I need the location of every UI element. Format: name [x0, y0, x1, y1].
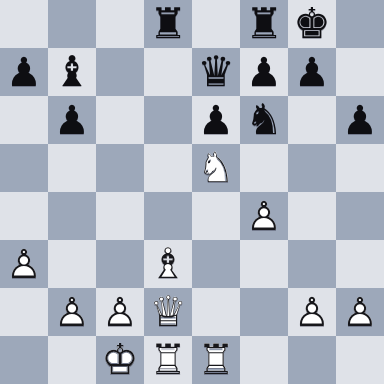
square-f7[interactable]: ♟♙: [240, 48, 288, 96]
square-f4[interactable]: ♟♙: [240, 192, 288, 240]
square-c8[interactable]: [96, 0, 144, 48]
square-f8[interactable]: ♜♖: [240, 0, 288, 48]
square-g5[interactable]: [288, 144, 336, 192]
piece-white-rook[interactable]: ♜♖: [144, 336, 192, 384]
pawn-glyph-outline: ♙: [294, 288, 330, 336]
square-f5[interactable]: [240, 144, 288, 192]
piece-black-queen[interactable]: ♛♕: [192, 48, 240, 96]
rook-glyph-fill: ♜: [149, 0, 187, 48]
square-b3[interactable]: [48, 240, 96, 288]
pawn-glyph-fill: ♟: [294, 48, 330, 96]
piece-white-king[interactable]: ♚♔: [96, 336, 144, 384]
piece-black-bishop[interactable]: ♝♗: [48, 48, 96, 96]
square-g4[interactable]: [288, 192, 336, 240]
queen-glyph-fill: ♛: [197, 48, 235, 96]
pawn-glyph-fill: ♟: [198, 96, 234, 144]
square-d1[interactable]: ♜♖: [144, 336, 192, 384]
square-f3[interactable]: [240, 240, 288, 288]
square-h8[interactable]: [336, 0, 384, 48]
piece-black-knight[interactable]: ♞♘: [240, 96, 288, 144]
square-a2[interactable]: [0, 288, 48, 336]
square-b7[interactable]: ♝♗: [48, 48, 96, 96]
square-d2[interactable]: ♛♕: [144, 288, 192, 336]
square-d7[interactable]: [144, 48, 192, 96]
piece-black-pawn[interactable]: ♟♙: [240, 48, 288, 96]
piece-black-king[interactable]: ♚♔: [288, 0, 336, 48]
square-f6[interactable]: ♞♘: [240, 96, 288, 144]
square-c3[interactable]: [96, 240, 144, 288]
square-e7[interactable]: ♛♕: [192, 48, 240, 96]
square-c5[interactable]: [96, 144, 144, 192]
piece-black-pawn[interactable]: ♟♙: [192, 96, 240, 144]
pawn-glyph-outline: ♙: [246, 192, 282, 240]
piece-black-pawn[interactable]: ♟♙: [48, 96, 96, 144]
knight-glyph-outline: ♘: [197, 144, 235, 192]
square-h2[interactable]: ♟♙: [336, 288, 384, 336]
square-c2[interactable]: ♟♙: [96, 288, 144, 336]
pawn-glyph-fill: ♟: [54, 96, 90, 144]
piece-black-pawn[interactable]: ♟♙: [288, 48, 336, 96]
square-a4[interactable]: [0, 192, 48, 240]
square-e8[interactable]: [192, 0, 240, 48]
square-b6[interactable]: ♟♙: [48, 96, 96, 144]
square-e3[interactable]: [192, 240, 240, 288]
piece-white-pawn[interactable]: ♟♙: [288, 288, 336, 336]
square-g1[interactable]: [288, 336, 336, 384]
piece-white-pawn[interactable]: ♟♙: [336, 288, 384, 336]
square-b1[interactable]: [48, 336, 96, 384]
square-h4[interactable]: [336, 192, 384, 240]
piece-white-rook[interactable]: ♜♖: [192, 336, 240, 384]
square-b8[interactable]: [48, 0, 96, 48]
square-a6[interactable]: [0, 96, 48, 144]
bishop-glyph-fill: ♝: [53, 48, 91, 96]
rook-glyph-fill: ♜: [245, 0, 283, 48]
square-g3[interactable]: [288, 240, 336, 288]
square-a3[interactable]: ♟♙: [0, 240, 48, 288]
knight-glyph-fill: ♞: [245, 96, 283, 144]
square-g6[interactable]: [288, 96, 336, 144]
square-d8[interactable]: ♜♖: [144, 0, 192, 48]
piece-white-pawn[interactable]: ♟♙: [96, 288, 144, 336]
king-glyph-outline: ♔: [101, 336, 139, 384]
pawn-glyph-outline: ♙: [54, 288, 90, 336]
square-a7[interactable]: ♟♙: [0, 48, 48, 96]
king-glyph-fill: ♚: [293, 0, 331, 48]
queen-glyph-outline: ♕: [149, 288, 187, 336]
square-h3[interactable]: [336, 240, 384, 288]
square-b2[interactable]: ♟♙: [48, 288, 96, 336]
piece-white-bishop[interactable]: ♝♗: [144, 240, 192, 288]
square-f1[interactable]: [240, 336, 288, 384]
pawn-glyph-fill: ♟: [342, 96, 378, 144]
piece-white-pawn[interactable]: ♟♙: [48, 288, 96, 336]
square-e2[interactable]: [192, 288, 240, 336]
piece-black-rook[interactable]: ♜♖: [144, 0, 192, 48]
piece-white-pawn[interactable]: ♟♙: [0, 240, 48, 288]
piece-black-pawn[interactable]: ♟♙: [0, 48, 48, 96]
square-h1[interactable]: [336, 336, 384, 384]
square-h6[interactable]: ♟♙: [336, 96, 384, 144]
square-b5[interactable]: [48, 144, 96, 192]
square-d3[interactable]: ♝♗: [144, 240, 192, 288]
square-g7[interactable]: ♟♙: [288, 48, 336, 96]
pawn-glyph-fill: ♟: [6, 48, 42, 96]
piece-white-pawn[interactable]: ♟♙: [240, 192, 288, 240]
square-g8[interactable]: ♚♔: [288, 0, 336, 48]
square-d4[interactable]: [144, 192, 192, 240]
square-c7[interactable]: [96, 48, 144, 96]
square-h7[interactable]: [336, 48, 384, 96]
square-e4[interactable]: [192, 192, 240, 240]
square-b4[interactable]: [48, 192, 96, 240]
square-f2[interactable]: [240, 288, 288, 336]
square-c1[interactable]: ♚♔: [96, 336, 144, 384]
pawn-glyph-fill: ♟: [246, 48, 282, 96]
square-a5[interactable]: [0, 144, 48, 192]
square-e1[interactable]: ♜♖: [192, 336, 240, 384]
square-c6[interactable]: [96, 96, 144, 144]
square-e6[interactable]: ♟♙: [192, 96, 240, 144]
piece-black-rook[interactable]: ♜♖: [240, 0, 288, 48]
pawn-glyph-outline: ♙: [6, 240, 42, 288]
rook-glyph-outline: ♖: [149, 336, 187, 384]
square-e5[interactable]: ♞♘: [192, 144, 240, 192]
piece-black-pawn[interactable]: ♟♙: [336, 96, 384, 144]
piece-white-knight[interactable]: ♞♘: [192, 144, 240, 192]
chess-board: ♜♖♜♖♚♔♟♙♝♗♛♕♟♙♟♙♟♙♟♙♞♘♟♙♞♘♟♙♟♙♝♗♟♙♟♙♛♕♟♙…: [0, 0, 384, 384]
square-a1[interactable]: [0, 336, 48, 384]
square-h5[interactable]: [336, 144, 384, 192]
rook-glyph-outline: ♖: [197, 336, 235, 384]
square-c4[interactable]: [96, 192, 144, 240]
pawn-glyph-outline: ♙: [102, 288, 138, 336]
square-d5[interactable]: [144, 144, 192, 192]
bishop-glyph-outline: ♗: [149, 240, 187, 288]
square-g2[interactable]: ♟♙: [288, 288, 336, 336]
square-d6[interactable]: [144, 96, 192, 144]
pawn-glyph-outline: ♙: [342, 288, 378, 336]
piece-white-queen[interactable]: ♛♕: [144, 288, 192, 336]
square-a8[interactable]: [0, 0, 48, 48]
